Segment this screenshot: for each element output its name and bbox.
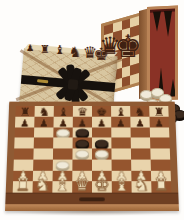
square-g3 <box>131 159 151 170</box>
square-c6 <box>53 127 72 138</box>
square-h3 <box>151 159 171 170</box>
box-piece-king-large: ♚ <box>114 31 142 62</box>
dark-checker-disc <box>95 139 109 147</box>
light-pawn: ♟ <box>76 169 88 182</box>
square-b7: ♟ <box>34 116 53 127</box>
square-f3 <box>112 159 132 170</box>
square-c4 <box>53 148 73 159</box>
square-e6 <box>92 127 111 138</box>
square-d6 <box>73 127 92 138</box>
square-c7: ♟ <box>53 116 72 127</box>
square-e3 <box>92 159 112 170</box>
square-e1: ♚ <box>92 181 112 192</box>
square-c8: ♝ <box>54 106 73 116</box>
square-c1: ♝ <box>52 181 72 192</box>
square-b2: ♟ <box>33 170 53 181</box>
ribbon-gold-marking <box>37 79 48 83</box>
square-d1: ♛ <box>72 181 92 192</box>
box-piece-rook: ♜ <box>40 44 50 55</box>
square-g8: ♞ <box>130 106 149 116</box>
square-a8: ♜ <box>15 106 34 116</box>
dark-checker-disc <box>76 129 90 137</box>
square-a1: ♜ <box>13 181 33 192</box>
folded-board-backgammon-face <box>147 5 178 101</box>
square-d7: ♟ <box>73 116 92 127</box>
white-checker-disc <box>56 129 70 137</box>
box-piece-pawn: ♟ <box>26 44 34 53</box>
square-d2: ♟ <box>72 170 92 181</box>
square-h2: ♟ <box>151 170 171 181</box>
square-c5 <box>53 138 73 149</box>
square-a5 <box>14 138 34 149</box>
light-pawn: ♟ <box>96 169 108 182</box>
backgammon-point-up <box>170 78 175 96</box>
box-piece-bishop: ♝ <box>55 44 66 56</box>
square-b1: ♞ <box>32 181 52 192</box>
ribbon-bow-knot <box>68 79 79 90</box>
square-h8: ♜ <box>149 106 168 116</box>
backgammon-point-down <box>164 11 172 37</box>
light-pawn: ♟ <box>155 169 168 182</box>
square-c3 <box>53 159 73 170</box>
dark-checker-disc <box>75 139 89 147</box>
board-front-edge <box>5 204 179 211</box>
square-g1: ♞ <box>131 181 151 192</box>
square-e5 <box>92 138 111 149</box>
square-b6 <box>34 127 54 138</box>
square-h7: ♟ <box>149 116 169 127</box>
box-piece-knight: ♞ <box>69 45 82 59</box>
chess-board-frame: ♜♞♝♛♚♝♞♜♟♟♟♟♟♟♟♟♟♟♟♟♟♟♟♟♜♞♝♛♚♝♞♜ <box>5 102 179 211</box>
square-d8: ♛ <box>73 106 92 116</box>
square-h4 <box>150 148 170 159</box>
square-g6 <box>131 127 151 138</box>
folded-checker-square <box>122 75 131 87</box>
backgammon-field <box>150 9 175 98</box>
square-g5 <box>131 138 151 149</box>
light-pawn: ♟ <box>56 169 69 182</box>
square-g4 <box>131 148 151 159</box>
chess-board: ♜♞♝♛♚♝♞♜♟♟♟♟♟♟♟♟♟♟♟♟♟♟♟♟♜♞♝♛♚♝♞♜ <box>5 102 179 211</box>
square-e8: ♚ <box>92 106 111 116</box>
light-pawn: ♟ <box>36 169 49 182</box>
product-photo-scene: ♟♜♝♞♛♚♛♚ ♜♞♝♛♚♝♞♜♟♟♟♟♟♟♟♟♟♟♟♟♟♟♟♟♜♞♝♛♚♝♞… <box>0 0 184 220</box>
square-e4 <box>92 148 112 159</box>
backgammon-point-down <box>153 11 161 31</box>
square-f6 <box>111 127 130 138</box>
light-pawn: ♟ <box>115 169 128 182</box>
white-checker-disc <box>56 161 70 169</box>
square-f2: ♟ <box>112 170 132 181</box>
square-b3 <box>33 159 53 170</box>
square-b4 <box>33 148 53 159</box>
square-b5 <box>34 138 54 149</box>
white-checker-disc <box>75 150 89 158</box>
square-h6 <box>150 127 170 138</box>
square-d3 <box>72 159 92 170</box>
white-checker-disc <box>95 150 109 158</box>
square-e7: ♟ <box>92 116 111 127</box>
square-a6 <box>15 127 35 138</box>
square-f1: ♝ <box>112 181 132 192</box>
square-e2: ♟ <box>92 170 112 181</box>
chess-grid: ♜♞♝♛♚♝♞♜♟♟♟♟♟♟♟♟♟♟♟♟♟♟♟♟♜♞♝♛♚♝♞♜ <box>13 106 172 193</box>
square-a3 <box>13 159 33 170</box>
square-c2: ♟ <box>53 170 73 181</box>
square-a4 <box>14 148 34 159</box>
square-g7: ♟ <box>130 116 149 127</box>
light-pawn: ♟ <box>135 169 148 182</box>
square-d5 <box>73 138 92 149</box>
light-pawn: ♟ <box>17 169 30 182</box>
square-a2: ♟ <box>13 170 33 181</box>
folded-checker-square <box>130 73 139 85</box>
square-d4 <box>72 148 92 159</box>
square-f8: ♝ <box>111 106 130 116</box>
square-f7: ♟ <box>111 116 130 127</box>
square-f5 <box>111 138 131 149</box>
brand-marking <box>79 197 105 201</box>
square-g2: ♟ <box>131 170 151 181</box>
square-h1: ♜ <box>151 181 171 192</box>
square-b8: ♞ <box>35 106 54 116</box>
square-a7: ♟ <box>15 116 35 127</box>
square-h5 <box>150 138 170 149</box>
square-f4 <box>111 148 131 159</box>
